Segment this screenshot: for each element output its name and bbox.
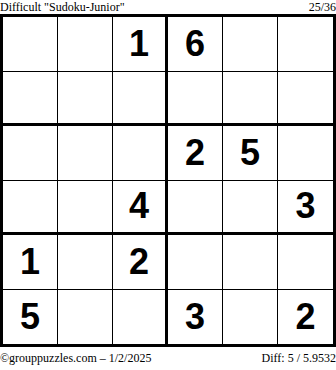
cell-r5c1[interactable]: 1	[3, 235, 58, 290]
cell-r5c4[interactable]	[168, 235, 223, 290]
page-title: Difficult "Sudoku-Junior"	[0, 1, 125, 14]
difficulty-rating: Diff: 5 / 5.9532	[262, 351, 336, 366]
cell-r3c2[interactable]	[58, 126, 113, 181]
cell-r2c6[interactable]	[278, 72, 333, 127]
cell-r1c4[interactable]: 6	[168, 17, 223, 72]
cell-r2c3[interactable]	[113, 72, 168, 127]
cell-r4c2[interactable]	[58, 181, 113, 236]
cell-r1c2[interactable]	[58, 17, 113, 72]
cell-r2c2[interactable]	[58, 72, 113, 127]
cell-r5c3[interactable]: 2	[113, 235, 168, 290]
cell-r3c4[interactable]: 2	[168, 126, 223, 181]
cell-r2c5[interactable]	[223, 72, 278, 127]
cell-r6c2[interactable]	[58, 290, 113, 345]
copyright-text: ©grouppuzzles.com – 1/2/2025	[0, 351, 151, 366]
empty-cell-counter: 25/36	[309, 1, 336, 14]
cell-r1c5[interactable]	[223, 17, 278, 72]
cell-r3c5[interactable]: 5	[223, 126, 278, 181]
cell-r4c3[interactable]: 4	[113, 181, 168, 236]
cell-r2c4[interactable]	[168, 72, 223, 127]
cell-r5c6[interactable]	[278, 235, 333, 290]
cell-r6c3[interactable]	[113, 290, 168, 345]
cell-r3c6[interactable]	[278, 126, 333, 181]
sudoku-board: 16254312532	[0, 14, 336, 347]
cell-r2c1[interactable]	[3, 72, 58, 127]
cell-r1c3[interactable]: 1	[113, 17, 168, 72]
cell-r1c1[interactable]	[3, 17, 58, 72]
cell-r3c3[interactable]	[113, 126, 168, 181]
cell-r5c2[interactable]	[58, 235, 113, 290]
cell-r4c4[interactable]	[168, 181, 223, 236]
cell-r3c1[interactable]	[3, 126, 58, 181]
sudoku-junior-page: Difficult "Sudoku-Junior" 25/36 16254312…	[0, 0, 336, 370]
cell-r6c1[interactable]: 5	[3, 290, 58, 345]
cell-r6c5[interactable]	[223, 290, 278, 345]
footer: ©grouppuzzles.com – 1/2/2025 Diff: 5 / 5…	[0, 351, 336, 366]
cell-r4c5[interactable]	[223, 181, 278, 236]
cell-r5c5[interactable]	[223, 235, 278, 290]
header: Difficult "Sudoku-Junior" 25/36	[0, 0, 336, 14]
cell-r4c6[interactable]: 3	[278, 181, 333, 236]
cell-r1c6[interactable]	[278, 17, 333, 72]
cell-r6c4[interactable]: 3	[168, 290, 223, 345]
cell-r6c6[interactable]: 2	[278, 290, 333, 345]
cell-r4c1[interactable]	[3, 181, 58, 236]
